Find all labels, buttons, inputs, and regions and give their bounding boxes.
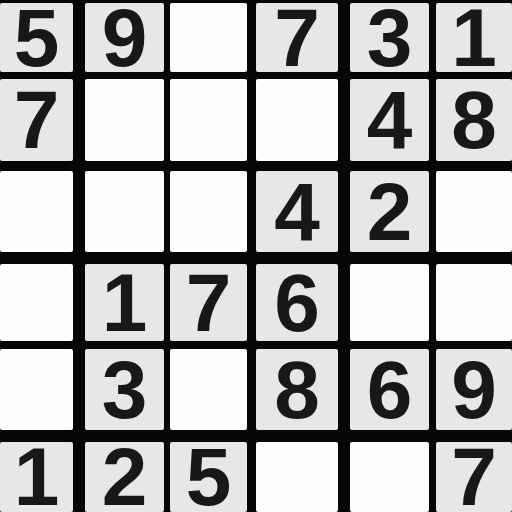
sudoku-cell-r2c6-given[interactable]: 8 xyxy=(436,79,512,161)
sudoku-cell-r6c4-empty[interactable] xyxy=(256,442,338,512)
sudoku-cell-r3c4-given[interactable]: 4 xyxy=(256,171,338,252)
sudoku-cell-r2c2-empty[interactable] xyxy=(85,79,164,161)
sudoku-cell-r5c3-empty[interactable] xyxy=(170,349,247,430)
sudoku-cell-r4c6-empty[interactable] xyxy=(436,264,512,341)
sudoku-cell-r2c1-given[interactable]: 7 xyxy=(0,79,73,161)
sudoku-cell-r1c1-given[interactable]: 5 xyxy=(0,3,73,72)
sudoku-cell-r2c3-empty[interactable] xyxy=(170,79,247,161)
sudoku-cell-r2c5-given[interactable]: 4 xyxy=(350,79,429,161)
sudoku-cell-r3c3-empty[interactable] xyxy=(170,171,247,252)
sudoku-cell-r6c3-given[interactable]: 5 xyxy=(170,442,247,512)
sudoku-cell-r3c1-empty[interactable] xyxy=(0,171,73,252)
sudoku-cell-r1c6-given[interactable]: 1 xyxy=(436,3,512,72)
sudoku-cell-r4c1-empty[interactable] xyxy=(0,264,73,341)
sudoku-cell-r1c4-given[interactable]: 7 xyxy=(256,3,338,72)
sudoku-cell-r1c2-given[interactable]: 9 xyxy=(85,3,164,72)
sudoku-cell-r6c2-given[interactable]: 2 xyxy=(85,442,164,512)
sudoku-cell-r1c3-empty[interactable] xyxy=(170,3,247,72)
sudoku-cell-r3c2-empty[interactable] xyxy=(85,171,164,252)
sudoku-cell-r1c5-given[interactable]: 3 xyxy=(350,3,429,72)
sudoku-cell-r3c5-given[interactable]: 2 xyxy=(350,171,429,252)
sudoku-cell-r3c6-empty[interactable] xyxy=(436,171,512,252)
sudoku-cell-r6c6-given[interactable]: 7 xyxy=(436,442,512,512)
sudoku-cell-r4c2-given[interactable]: 1 xyxy=(85,264,164,341)
sudoku-cell-r5c2-given[interactable]: 3 xyxy=(85,349,164,430)
sudoku-board: 597317484217638691257 xyxy=(0,0,512,512)
sudoku-cell-r5c1-empty[interactable] xyxy=(0,349,73,430)
sudoku-cell-r5c5-given[interactable]: 6 xyxy=(350,349,429,430)
sudoku-cell-r4c5-empty[interactable] xyxy=(350,264,429,341)
sudoku-cell-r5c6-given[interactable]: 9 xyxy=(436,349,512,430)
sudoku-cell-r4c4-given[interactable]: 6 xyxy=(256,264,338,341)
sudoku-cell-r6c1-given[interactable]: 1 xyxy=(0,442,73,512)
sudoku-cell-r6c5-empty[interactable] xyxy=(350,442,429,512)
sudoku-cell-r4c3-given[interactable]: 7 xyxy=(170,264,247,341)
sudoku-cell-r5c4-given[interactable]: 8 xyxy=(256,349,338,430)
sudoku-cell-r2c4-empty[interactable] xyxy=(256,79,338,161)
